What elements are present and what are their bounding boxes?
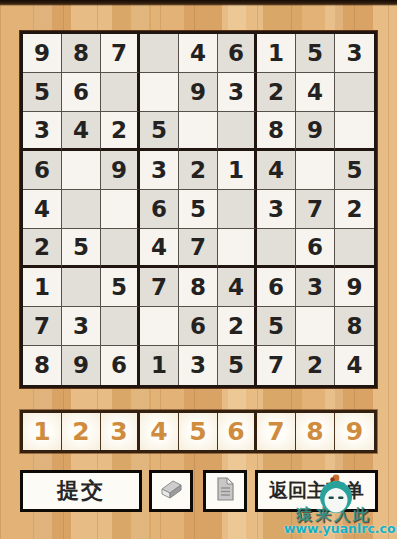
cell-r1c7[interactable]: 1 <box>257 34 296 73</box>
cell-r2c8[interactable]: 4 <box>296 73 335 112</box>
cell-r9c8[interactable]: 2 <box>296 346 335 385</box>
number-palette: 123456789 <box>20 410 377 453</box>
cell-r3c8[interactable]: 9 <box>296 112 335 151</box>
cell-r9c1[interactable]: 8 <box>23 346 62 385</box>
cell-r4c7[interactable]: 4 <box>257 151 296 190</box>
cell-r4c8[interactable] <box>296 151 335 190</box>
note-button[interactable] <box>203 470 247 512</box>
sudoku-board: 9874615356932434258969321454653722547615… <box>20 31 377 388</box>
palette-6[interactable]: 6 <box>218 413 257 450</box>
cell-r4c3[interactable]: 9 <box>101 151 140 190</box>
cell-r7c6[interactable]: 4 <box>218 268 257 307</box>
cell-r8c2[interactable]: 3 <box>62 307 101 346</box>
cell-r5c1[interactable]: 4 <box>23 190 62 229</box>
cell-r7c3[interactable]: 5 <box>101 268 140 307</box>
cell-r6c6[interactable] <box>218 229 257 268</box>
cell-r2c4[interactable] <box>140 73 179 112</box>
palette-4[interactable]: 4 <box>140 413 179 450</box>
cell-r2c2[interactable]: 6 <box>62 73 101 112</box>
cell-r8c3[interactable] <box>101 307 140 346</box>
cell-r7c9[interactable]: 9 <box>335 268 374 307</box>
cell-r3c6[interactable] <box>218 112 257 151</box>
monkey-logo <box>317 473 355 515</box>
cell-r9c2[interactable]: 9 <box>62 346 101 385</box>
palette-2[interactable]: 2 <box>62 413 101 450</box>
cell-r1c1[interactable]: 9 <box>23 34 62 73</box>
cell-r3c4[interactable]: 5 <box>140 112 179 151</box>
cell-r6c8[interactable]: 6 <box>296 229 335 268</box>
cell-r3c1[interactable]: 3 <box>23 112 62 151</box>
cell-r3c9[interactable] <box>335 112 374 151</box>
cell-r8c1[interactable]: 7 <box>23 307 62 346</box>
note-icon <box>214 476 236 506</box>
cell-r2c1[interactable]: 5 <box>23 73 62 112</box>
submit-button[interactable]: 提交 <box>20 470 142 512</box>
cell-r5c7[interactable]: 3 <box>257 190 296 229</box>
eraser-icon <box>158 476 185 506</box>
cell-r1c6[interactable]: 6 <box>218 34 257 73</box>
cell-r5c6[interactable] <box>218 190 257 229</box>
palette-1[interactable]: 1 <box>23 413 62 450</box>
cell-r6c2[interactable]: 5 <box>62 229 101 268</box>
cell-r2c5[interactable]: 9 <box>179 73 218 112</box>
cell-r6c3[interactable] <box>101 229 140 268</box>
cell-r5c3[interactable] <box>101 190 140 229</box>
cell-r1c3[interactable]: 7 <box>101 34 140 73</box>
cell-r7c5[interactable]: 8 <box>179 268 218 307</box>
cell-r1c9[interactable]: 3 <box>335 34 374 73</box>
palette-7[interactable]: 7 <box>257 413 296 450</box>
cell-r2c3[interactable] <box>101 73 140 112</box>
cell-r4c9[interactable]: 5 <box>335 151 374 190</box>
cell-r7c8[interactable]: 3 <box>296 268 335 307</box>
cell-r2c7[interactable]: 2 <box>257 73 296 112</box>
palette-9[interactable]: 9 <box>335 413 374 450</box>
cell-r4c1[interactable]: 6 <box>23 151 62 190</box>
cell-r6c9[interactable] <box>335 229 374 268</box>
cell-r8c4[interactable] <box>140 307 179 346</box>
cell-r6c7[interactable] <box>257 229 296 268</box>
cell-r9c4[interactable]: 1 <box>140 346 179 385</box>
cell-r6c4[interactable]: 4 <box>140 229 179 268</box>
palette-5[interactable]: 5 <box>179 413 218 450</box>
cell-r8c5[interactable]: 6 <box>179 307 218 346</box>
cell-r1c4[interactable] <box>140 34 179 73</box>
cell-r3c7[interactable]: 8 <box>257 112 296 151</box>
cell-r3c3[interactable]: 2 <box>101 112 140 151</box>
cell-r7c7[interactable]: 6 <box>257 268 296 307</box>
cell-r7c1[interactable]: 1 <box>23 268 62 307</box>
cell-r2c9[interactable] <box>335 73 374 112</box>
cell-r4c5[interactable]: 2 <box>179 151 218 190</box>
top-edge-shadow <box>0 0 397 6</box>
cell-r8c8[interactable] <box>296 307 335 346</box>
cell-r7c4[interactable]: 7 <box>140 268 179 307</box>
cell-r6c5[interactable]: 7 <box>179 229 218 268</box>
cell-r8c9[interactable]: 8 <box>335 307 374 346</box>
cell-r9c6[interactable]: 5 <box>218 346 257 385</box>
game-screen: 9874615356932434258969321454653722547615… <box>0 0 397 539</box>
cell-r4c2[interactable] <box>62 151 101 190</box>
palette-8[interactable]: 8 <box>296 413 335 450</box>
cell-r6c1[interactable]: 2 <box>23 229 62 268</box>
cell-r5c4[interactable]: 6 <box>140 190 179 229</box>
cell-r9c5[interactable]: 3 <box>179 346 218 385</box>
cell-r8c6[interactable]: 2 <box>218 307 257 346</box>
eraser-button[interactable] <box>149 470 193 512</box>
cell-r4c4[interactable]: 3 <box>140 151 179 190</box>
cell-r5c2[interactable] <box>62 190 101 229</box>
cell-r5c8[interactable]: 7 <box>296 190 335 229</box>
cell-r9c7[interactable]: 7 <box>257 346 296 385</box>
cell-r5c9[interactable]: 2 <box>335 190 374 229</box>
cell-r1c5[interactable]: 4 <box>179 34 218 73</box>
cell-r3c5[interactable] <box>179 112 218 151</box>
cell-r8c7[interactable]: 5 <box>257 307 296 346</box>
cell-r5c5[interactable]: 5 <box>179 190 218 229</box>
cell-r7c2[interactable] <box>62 268 101 307</box>
palette-3[interactable]: 3 <box>101 413 140 450</box>
cell-r1c8[interactable]: 5 <box>296 34 335 73</box>
watermark-url: www.yuanlrc.com <box>284 521 397 536</box>
cell-r2c6[interactable]: 3 <box>218 73 257 112</box>
cell-r9c9[interactable]: 4 <box>335 346 374 385</box>
cell-r1c2[interactable]: 8 <box>62 34 101 73</box>
cell-r9c3[interactable]: 6 <box>101 346 140 385</box>
cell-r4c6[interactable]: 1 <box>218 151 257 190</box>
cell-r3c2[interactable]: 4 <box>62 112 101 151</box>
